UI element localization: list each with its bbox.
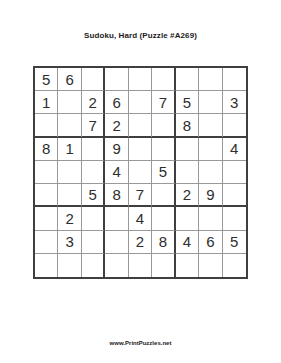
cell-r2c8 [199, 91, 222, 114]
cell-r4c8 [199, 138, 222, 161]
cell-r3c1 [35, 114, 58, 137]
cell-r1c9 [223, 68, 246, 91]
cell-r2c4: 6 [105, 91, 128, 114]
cell-r2c2 [58, 91, 81, 114]
cell-r4c2: 1 [58, 138, 81, 161]
cell-r1c3 [82, 68, 105, 91]
cell-r4c4: 9 [105, 138, 128, 161]
cell-r1c8 [199, 68, 222, 91]
cell-r2c7: 5 [176, 91, 199, 114]
cell-r9c4 [105, 254, 128, 277]
cell-r3c5 [129, 114, 152, 137]
cell-r2c1: 1 [35, 91, 58, 114]
puzzle-title: Sudoku, Hard (Puzzle #A269) [0, 31, 281, 40]
cell-r3c8 [199, 114, 222, 137]
cell-r6c6 [152, 184, 175, 207]
cell-r4c7 [176, 138, 199, 161]
cell-r4c6 [152, 138, 175, 161]
cell-r9c2 [58, 254, 81, 277]
cell-r1c2: 6 [58, 68, 81, 91]
cell-r6c1 [35, 184, 58, 207]
cell-r4c3 [82, 138, 105, 161]
cell-r8c9: 5 [223, 231, 246, 254]
cell-r8c3 [82, 231, 105, 254]
cell-r7c3 [82, 207, 105, 230]
cell-r8c2: 3 [58, 231, 81, 254]
cell-r9c1 [35, 254, 58, 277]
cell-r5c6: 5 [152, 161, 175, 184]
cell-r8c1 [35, 231, 58, 254]
cell-r7c1 [35, 207, 58, 230]
cell-r7c2: 2 [58, 207, 81, 230]
cell-r6c7: 2 [176, 184, 199, 207]
cell-r3c2 [58, 114, 81, 137]
cell-r3c3: 7 [82, 114, 105, 137]
cell-r3c7: 8 [176, 114, 199, 137]
cell-r6c8: 9 [199, 184, 222, 207]
cell-r8c8: 6 [199, 231, 222, 254]
cell-r3c9 [223, 114, 246, 137]
cell-r5c1 [35, 161, 58, 184]
cell-r8c5: 2 [129, 231, 152, 254]
footer-url: www.PrintPuzzles.net [0, 340, 281, 346]
cell-r7c7 [176, 207, 199, 230]
cell-r9c3 [82, 254, 105, 277]
cell-r6c2 [58, 184, 81, 207]
cell-r5c7 [176, 161, 199, 184]
cell-r9c5 [129, 254, 152, 277]
cell-r7c9 [223, 207, 246, 230]
cell-r4c5 [129, 138, 152, 161]
cell-r9c8 [199, 254, 222, 277]
cell-r9c6 [152, 254, 175, 277]
cell-r6c5: 7 [129, 184, 152, 207]
cell-r6c3: 5 [82, 184, 105, 207]
cell-r1c5 [129, 68, 152, 91]
cell-r4c1: 8 [35, 138, 58, 161]
cell-r3c4: 2 [105, 114, 128, 137]
cell-r5c5 [129, 161, 152, 184]
cell-r5c8 [199, 161, 222, 184]
cell-r4c9: 4 [223, 138, 246, 161]
cell-r3c6 [152, 114, 175, 137]
cell-r8c4 [105, 231, 128, 254]
cell-r2c5 [129, 91, 152, 114]
cell-r8c6: 8 [152, 231, 175, 254]
cell-r6c4: 8 [105, 184, 128, 207]
cell-r7c4 [105, 207, 128, 230]
cell-r5c4: 4 [105, 161, 128, 184]
cell-r1c4 [105, 68, 128, 91]
cell-r2c9: 3 [223, 91, 246, 114]
cell-r9c7 [176, 254, 199, 277]
cell-r7c6 [152, 207, 175, 230]
cell-r2c6: 7 [152, 91, 175, 114]
cell-r7c8 [199, 207, 222, 230]
cell-r1c1: 5 [35, 68, 58, 91]
cell-r8c7: 4 [176, 231, 199, 254]
cell-r6c9 [223, 184, 246, 207]
cell-r9c9 [223, 254, 246, 277]
cell-r7c5: 4 [129, 207, 152, 230]
cell-r5c9 [223, 161, 246, 184]
cell-r5c2 [58, 161, 81, 184]
cell-r1c6 [152, 68, 175, 91]
cell-r1c7 [176, 68, 199, 91]
cell-r2c3: 2 [82, 91, 105, 114]
sudoku-grid: 561267537288194455872924328465 [33, 66, 248, 279]
cell-r5c3 [82, 161, 105, 184]
